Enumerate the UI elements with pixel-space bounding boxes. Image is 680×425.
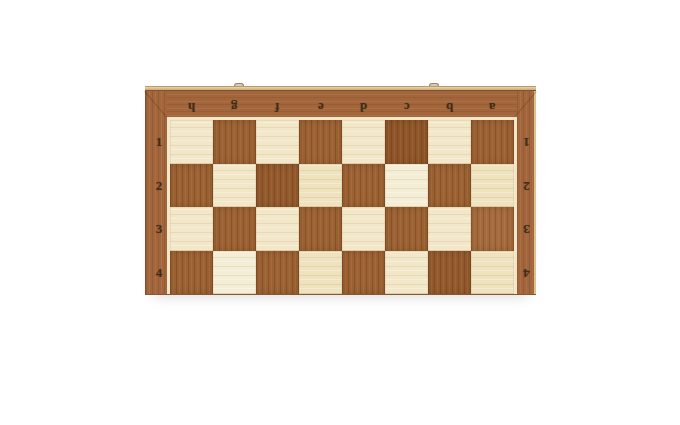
square-g2: [213, 164, 256, 208]
file-label-g: g: [231, 101, 238, 114]
rank-label-left-3: 3: [145, 207, 167, 251]
square-b3: [428, 207, 471, 251]
file-label-a: a: [489, 101, 496, 114]
square-h3: [170, 207, 213, 251]
rank-label-right-4: 4: [517, 251, 536, 295]
rank-labels-right: 1234: [517, 120, 536, 294]
square-d1: [342, 120, 385, 164]
board-frame: hgfedcba 1234 1234: [145, 91, 536, 295]
square-a2: [471, 164, 514, 208]
square-b4: [428, 251, 471, 295]
square-e3: [299, 207, 342, 251]
square-f4: [256, 251, 299, 295]
square-a3: [471, 207, 514, 251]
square-h2: [170, 164, 213, 208]
chessboard: hgfedcba 1234 1234: [145, 86, 536, 295]
playing-field: [167, 117, 517, 294]
square-g1: [213, 120, 256, 164]
square-c2: [385, 164, 428, 208]
square-h4: [170, 251, 213, 295]
square-d4: [342, 251, 385, 295]
square-b2: [428, 164, 471, 208]
board-top-edge: [145, 86, 536, 91]
file-label-b: b: [446, 101, 453, 114]
square-h1: [170, 120, 213, 164]
square-f3: [256, 207, 299, 251]
rank-label-right-3: 3: [517, 207, 536, 251]
square-a4: [471, 251, 514, 295]
square-d3: [342, 207, 385, 251]
square-e1: [299, 120, 342, 164]
squares-grid: [170, 120, 514, 294]
square-a1: [471, 120, 514, 164]
square-g4: [213, 251, 256, 295]
file-label-e: e: [318, 101, 324, 114]
product-photo-stage: hgfedcba 1234 1234: [0, 0, 680, 425]
rank-label-right-1: 1: [517, 120, 536, 164]
file-label-c: c: [404, 101, 410, 114]
square-c4: [385, 251, 428, 295]
file-labels: hgfedcba: [170, 98, 514, 116]
square-f2: [256, 164, 299, 208]
square-c3: [385, 207, 428, 251]
rank-label-left-1: 1: [145, 120, 167, 164]
square-g3: [213, 207, 256, 251]
rank-label-left-2: 2: [145, 164, 167, 208]
rank-label-right-2: 2: [517, 164, 536, 208]
square-e4: [299, 251, 342, 295]
square-b1: [428, 120, 471, 164]
square-c1: [385, 120, 428, 164]
file-label-f: f: [275, 101, 279, 114]
file-label-h: h: [188, 101, 195, 114]
square-d2: [342, 164, 385, 208]
rank-labels-left: 1234: [145, 120, 167, 294]
rank-label-left-4: 4: [145, 251, 167, 295]
square-e2: [299, 164, 342, 208]
square-f1: [256, 120, 299, 164]
file-label-d: d: [360, 101, 367, 114]
